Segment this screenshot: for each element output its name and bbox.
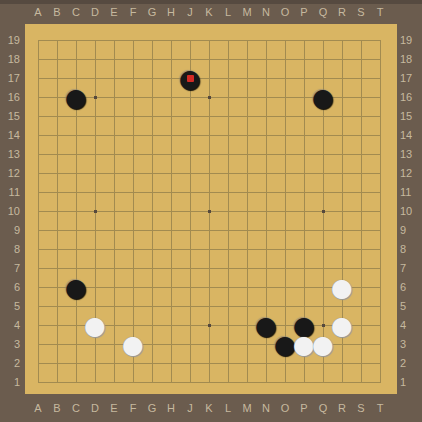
intersection-Q11[interactable]	[314, 183, 333, 202]
intersection-L7[interactable]	[219, 259, 238, 278]
intersection-Q16[interactable]: ●	[314, 88, 333, 107]
intersection-C11[interactable]	[67, 183, 86, 202]
intersection-H1[interactable]	[162, 373, 181, 392]
intersection-A11[interactable]	[29, 183, 48, 202]
intersection-P7[interactable]	[295, 259, 314, 278]
intersection-C6[interactable]: ●	[67, 278, 86, 297]
intersection-D10[interactable]	[86, 202, 105, 221]
intersection-B16[interactable]	[48, 88, 67, 107]
intersection-G15[interactable]	[143, 107, 162, 126]
intersection-K8[interactable]	[200, 240, 219, 259]
intersection-P10[interactable]	[295, 202, 314, 221]
intersection-N8[interactable]	[257, 240, 276, 259]
intersection-B1[interactable]	[48, 373, 67, 392]
intersection-P16[interactable]	[295, 88, 314, 107]
intersection-M13[interactable]	[238, 145, 257, 164]
intersection-M10[interactable]	[238, 202, 257, 221]
intersection-A5[interactable]	[29, 297, 48, 316]
intersection-J8[interactable]	[181, 240, 200, 259]
intersection-H15[interactable]	[162, 107, 181, 126]
intersection-H2[interactable]	[162, 354, 181, 373]
intersection-M18[interactable]	[238, 50, 257, 69]
intersection-N2[interactable]	[257, 354, 276, 373]
intersection-Q8[interactable]	[314, 240, 333, 259]
intersection-S9[interactable]	[352, 221, 371, 240]
intersection-E1[interactable]	[105, 373, 124, 392]
intersection-N9[interactable]	[257, 221, 276, 240]
intersection-G13[interactable]	[143, 145, 162, 164]
intersection-F16[interactable]	[124, 88, 143, 107]
intersection-S18[interactable]	[352, 50, 371, 69]
intersection-D12[interactable]	[86, 164, 105, 183]
intersection-M7[interactable]	[238, 259, 257, 278]
intersection-H8[interactable]	[162, 240, 181, 259]
intersection-M19[interactable]	[238, 31, 257, 50]
intersection-C3[interactable]	[67, 335, 86, 354]
intersection-D16[interactable]	[86, 88, 105, 107]
intersection-C1[interactable]	[67, 373, 86, 392]
intersection-N13[interactable]	[257, 145, 276, 164]
intersection-H6[interactable]	[162, 278, 181, 297]
intersection-H13[interactable]	[162, 145, 181, 164]
intersection-R16[interactable]	[333, 88, 352, 107]
intersection-O1[interactable]	[276, 373, 295, 392]
intersection-S16[interactable]	[352, 88, 371, 107]
intersection-E5[interactable]	[105, 297, 124, 316]
intersection-K15[interactable]	[200, 107, 219, 126]
intersection-K19[interactable]	[200, 31, 219, 50]
intersection-G6[interactable]	[143, 278, 162, 297]
intersection-L3[interactable]	[219, 335, 238, 354]
intersection-T15[interactable]	[371, 107, 390, 126]
intersection-G12[interactable]	[143, 164, 162, 183]
intersection-C18[interactable]	[67, 50, 86, 69]
intersection-B7[interactable]	[48, 259, 67, 278]
intersection-T4[interactable]	[371, 316, 390, 335]
intersection-K17[interactable]	[200, 69, 219, 88]
intersection-E13[interactable]	[105, 145, 124, 164]
intersection-Q1[interactable]	[314, 373, 333, 392]
intersection-B9[interactable]	[48, 221, 67, 240]
intersection-K18[interactable]	[200, 50, 219, 69]
intersection-R10[interactable]	[333, 202, 352, 221]
intersection-L5[interactable]	[219, 297, 238, 316]
intersection-B6[interactable]	[48, 278, 67, 297]
intersection-O6[interactable]	[276, 278, 295, 297]
intersection-F11[interactable]	[124, 183, 143, 202]
intersection-C2[interactable]	[67, 354, 86, 373]
intersection-M1[interactable]	[238, 373, 257, 392]
intersection-S8[interactable]	[352, 240, 371, 259]
intersection-N15[interactable]	[257, 107, 276, 126]
intersection-F6[interactable]	[124, 278, 143, 297]
intersection-F7[interactable]	[124, 259, 143, 278]
intersection-K2[interactable]	[200, 354, 219, 373]
intersection-M4[interactable]	[238, 316, 257, 335]
intersection-G3[interactable]	[143, 335, 162, 354]
intersection-K1[interactable]	[200, 373, 219, 392]
intersection-F12[interactable]	[124, 164, 143, 183]
intersection-T14[interactable]	[371, 126, 390, 145]
intersection-J9[interactable]	[181, 221, 200, 240]
intersection-T11[interactable]	[371, 183, 390, 202]
intersection-G16[interactable]	[143, 88, 162, 107]
intersection-D4[interactable]: ●	[86, 316, 105, 335]
intersection-B11[interactable]	[48, 183, 67, 202]
intersection-B5[interactable]	[48, 297, 67, 316]
intersection-A15[interactable]	[29, 107, 48, 126]
intersection-E8[interactable]	[105, 240, 124, 259]
intersection-D19[interactable]	[86, 31, 105, 50]
intersection-D13[interactable]	[86, 145, 105, 164]
intersection-Q3[interactable]: ●	[314, 335, 333, 354]
intersection-S12[interactable]	[352, 164, 371, 183]
intersection-N14[interactable]	[257, 126, 276, 145]
intersection-O18[interactable]	[276, 50, 295, 69]
intersection-O7[interactable]	[276, 259, 295, 278]
intersection-O11[interactable]	[276, 183, 295, 202]
intersection-R15[interactable]	[333, 107, 352, 126]
intersection-A8[interactable]	[29, 240, 48, 259]
intersection-M2[interactable]	[238, 354, 257, 373]
intersection-M3[interactable]	[238, 335, 257, 354]
intersection-E7[interactable]	[105, 259, 124, 278]
intersection-C9[interactable]	[67, 221, 86, 240]
intersection-F3[interactable]: ●	[124, 335, 143, 354]
intersection-J3[interactable]	[181, 335, 200, 354]
intersection-H14[interactable]	[162, 126, 181, 145]
intersection-F9[interactable]	[124, 221, 143, 240]
intersection-L4[interactable]	[219, 316, 238, 335]
intersection-P8[interactable]	[295, 240, 314, 259]
intersection-B8[interactable]	[48, 240, 67, 259]
intersection-P12[interactable]	[295, 164, 314, 183]
intersection-J5[interactable]	[181, 297, 200, 316]
intersection-Q14[interactable]	[314, 126, 333, 145]
intersection-P11[interactable]	[295, 183, 314, 202]
intersection-A17[interactable]	[29, 69, 48, 88]
intersection-O15[interactable]	[276, 107, 295, 126]
intersection-O16[interactable]	[276, 88, 295, 107]
intersection-B12[interactable]	[48, 164, 67, 183]
intersection-L2[interactable]	[219, 354, 238, 373]
intersection-N16[interactable]	[257, 88, 276, 107]
intersection-F10[interactable]	[124, 202, 143, 221]
intersection-H10[interactable]	[162, 202, 181, 221]
intersection-K12[interactable]	[200, 164, 219, 183]
intersection-A13[interactable]	[29, 145, 48, 164]
intersection-J13[interactable]	[181, 145, 200, 164]
intersection-L6[interactable]	[219, 278, 238, 297]
intersection-M6[interactable]	[238, 278, 257, 297]
intersection-R9[interactable]	[333, 221, 352, 240]
intersection-T17[interactable]	[371, 69, 390, 88]
intersection-A10[interactable]	[29, 202, 48, 221]
intersection-J14[interactable]	[181, 126, 200, 145]
intersection-R6[interactable]: ●	[333, 278, 352, 297]
intersection-F5[interactable]	[124, 297, 143, 316]
intersection-Q18[interactable]	[314, 50, 333, 69]
intersection-K7[interactable]	[200, 259, 219, 278]
intersection-K3[interactable]	[200, 335, 219, 354]
intersection-G17[interactable]	[143, 69, 162, 88]
intersection-B17[interactable]	[48, 69, 67, 88]
intersection-H18[interactable]	[162, 50, 181, 69]
intersection-E19[interactable]	[105, 31, 124, 50]
intersection-O10[interactable]	[276, 202, 295, 221]
intersection-T1[interactable]	[371, 373, 390, 392]
intersection-M12[interactable]	[238, 164, 257, 183]
intersection-O5[interactable]	[276, 297, 295, 316]
intersection-P6[interactable]	[295, 278, 314, 297]
intersection-A9[interactable]	[29, 221, 48, 240]
intersection-H7[interactable]	[162, 259, 181, 278]
intersection-J11[interactable]	[181, 183, 200, 202]
intersection-N6[interactable]	[257, 278, 276, 297]
intersection-K5[interactable]	[200, 297, 219, 316]
intersection-G2[interactable]	[143, 354, 162, 373]
intersection-S1[interactable]	[352, 373, 371, 392]
intersection-A16[interactable]	[29, 88, 48, 107]
intersection-R2[interactable]	[333, 354, 352, 373]
intersection-G18[interactable]	[143, 50, 162, 69]
intersection-M11[interactable]	[238, 183, 257, 202]
intersection-P18[interactable]	[295, 50, 314, 69]
intersection-M8[interactable]	[238, 240, 257, 259]
intersection-G1[interactable]	[143, 373, 162, 392]
intersection-H19[interactable]	[162, 31, 181, 50]
intersection-S13[interactable]	[352, 145, 371, 164]
intersection-B4[interactable]	[48, 316, 67, 335]
intersection-S11[interactable]	[352, 183, 371, 202]
intersection-O19[interactable]	[276, 31, 295, 50]
intersection-S7[interactable]	[352, 259, 371, 278]
intersection-B14[interactable]	[48, 126, 67, 145]
intersection-R11[interactable]	[333, 183, 352, 202]
intersection-S4[interactable]	[352, 316, 371, 335]
intersection-S2[interactable]	[352, 354, 371, 373]
intersection-S19[interactable]	[352, 31, 371, 50]
intersection-J15[interactable]	[181, 107, 200, 126]
intersection-J10[interactable]	[181, 202, 200, 221]
intersection-H9[interactable]	[162, 221, 181, 240]
intersection-B13[interactable]	[48, 145, 67, 164]
intersection-O14[interactable]	[276, 126, 295, 145]
intersection-E14[interactable]	[105, 126, 124, 145]
intersection-P9[interactable]	[295, 221, 314, 240]
intersection-T13[interactable]	[371, 145, 390, 164]
intersection-C12[interactable]	[67, 164, 86, 183]
intersection-L15[interactable]	[219, 107, 238, 126]
intersection-P19[interactable]	[295, 31, 314, 50]
intersection-B19[interactable]	[48, 31, 67, 50]
intersection-G8[interactable]	[143, 240, 162, 259]
intersection-O17[interactable]	[276, 69, 295, 88]
intersection-T2[interactable]	[371, 354, 390, 373]
intersection-S10[interactable]	[352, 202, 371, 221]
intersection-A14[interactable]	[29, 126, 48, 145]
intersection-A3[interactable]	[29, 335, 48, 354]
intersection-R12[interactable]	[333, 164, 352, 183]
intersection-L17[interactable]	[219, 69, 238, 88]
intersection-L11[interactable]	[219, 183, 238, 202]
intersection-M17[interactable]	[238, 69, 257, 88]
intersection-S6[interactable]	[352, 278, 371, 297]
intersection-S5[interactable]	[352, 297, 371, 316]
intersection-Q7[interactable]	[314, 259, 333, 278]
intersection-A12[interactable]	[29, 164, 48, 183]
intersection-M15[interactable]	[238, 107, 257, 126]
intersection-A18[interactable]	[29, 50, 48, 69]
intersection-N4[interactable]: ●	[257, 316, 276, 335]
intersection-S17[interactable]	[352, 69, 371, 88]
intersection-D17[interactable]	[86, 69, 105, 88]
intersection-Q10[interactable]	[314, 202, 333, 221]
intersection-L19[interactable]	[219, 31, 238, 50]
intersection-P14[interactable]	[295, 126, 314, 145]
intersection-L9[interactable]	[219, 221, 238, 240]
intersection-C13[interactable]	[67, 145, 86, 164]
intersection-M9[interactable]	[238, 221, 257, 240]
intersection-S14[interactable]	[352, 126, 371, 145]
intersection-E11[interactable]	[105, 183, 124, 202]
intersection-D15[interactable]	[86, 107, 105, 126]
intersection-A1[interactable]	[29, 373, 48, 392]
intersection-R18[interactable]	[333, 50, 352, 69]
intersection-E12[interactable]	[105, 164, 124, 183]
intersection-B3[interactable]	[48, 335, 67, 354]
intersection-O3[interactable]: ●	[276, 335, 295, 354]
intersection-H12[interactable]	[162, 164, 181, 183]
intersection-G11[interactable]	[143, 183, 162, 202]
intersection-D9[interactable]	[86, 221, 105, 240]
intersection-R4[interactable]: ●	[333, 316, 352, 335]
intersection-D8[interactable]	[86, 240, 105, 259]
intersection-E6[interactable]	[105, 278, 124, 297]
intersection-R1[interactable]	[333, 373, 352, 392]
intersection-O9[interactable]	[276, 221, 295, 240]
intersection-K6[interactable]	[200, 278, 219, 297]
intersection-D2[interactable]	[86, 354, 105, 373]
intersection-M14[interactable]	[238, 126, 257, 145]
intersection-P13[interactable]	[295, 145, 314, 164]
intersection-G19[interactable]	[143, 31, 162, 50]
intersection-H11[interactable]	[162, 183, 181, 202]
intersection-G14[interactable]	[143, 126, 162, 145]
intersection-C8[interactable]	[67, 240, 86, 259]
intersection-E4[interactable]	[105, 316, 124, 335]
intersection-P17[interactable]	[295, 69, 314, 88]
intersection-K4[interactable]	[200, 316, 219, 335]
intersection-A6[interactable]	[29, 278, 48, 297]
intersection-A19[interactable]	[29, 31, 48, 50]
intersection-N11[interactable]	[257, 183, 276, 202]
intersection-L16[interactable]	[219, 88, 238, 107]
intersection-N7[interactable]	[257, 259, 276, 278]
intersection-B15[interactable]	[48, 107, 67, 126]
intersection-S3[interactable]	[352, 335, 371, 354]
intersection-J6[interactable]	[181, 278, 200, 297]
intersection-P3[interactable]: ●	[295, 335, 314, 354]
intersection-J2[interactable]	[181, 354, 200, 373]
intersection-N10[interactable]	[257, 202, 276, 221]
intersection-E15[interactable]	[105, 107, 124, 126]
intersection-T6[interactable]	[371, 278, 390, 297]
intersection-O13[interactable]	[276, 145, 295, 164]
intersection-F14[interactable]	[124, 126, 143, 145]
intersection-R19[interactable]	[333, 31, 352, 50]
intersection-N12[interactable]	[257, 164, 276, 183]
intersection-E16[interactable]	[105, 88, 124, 107]
intersection-G10[interactable]	[143, 202, 162, 221]
intersection-F17[interactable]	[124, 69, 143, 88]
intersection-K13[interactable]	[200, 145, 219, 164]
intersection-R8[interactable]	[333, 240, 352, 259]
intersection-D14[interactable]	[86, 126, 105, 145]
intersection-G5[interactable]	[143, 297, 162, 316]
intersection-H4[interactable]	[162, 316, 181, 335]
intersection-T5[interactable]	[371, 297, 390, 316]
intersection-T8[interactable]	[371, 240, 390, 259]
intersection-H16[interactable]	[162, 88, 181, 107]
intersection-D1[interactable]	[86, 373, 105, 392]
intersection-E3[interactable]	[105, 335, 124, 354]
intersection-S15[interactable]	[352, 107, 371, 126]
intersection-F18[interactable]	[124, 50, 143, 69]
intersection-K11[interactable]	[200, 183, 219, 202]
intersection-F8[interactable]	[124, 240, 143, 259]
intersection-L12[interactable]	[219, 164, 238, 183]
intersection-C19[interactable]	[67, 31, 86, 50]
intersection-F19[interactable]	[124, 31, 143, 50]
intersection-E10[interactable]	[105, 202, 124, 221]
intersection-R13[interactable]	[333, 145, 352, 164]
intersection-J1[interactable]	[181, 373, 200, 392]
intersection-Q6[interactable]	[314, 278, 333, 297]
intersection-R14[interactable]	[333, 126, 352, 145]
intersection-N1[interactable]	[257, 373, 276, 392]
intersection-F13[interactable]	[124, 145, 143, 164]
intersection-E18[interactable]	[105, 50, 124, 69]
intersection-T18[interactable]	[371, 50, 390, 69]
intersection-M16[interactable]	[238, 88, 257, 107]
intersection-C4[interactable]	[67, 316, 86, 335]
intersection-H3[interactable]	[162, 335, 181, 354]
intersection-B18[interactable]	[48, 50, 67, 69]
intersection-T9[interactable]	[371, 221, 390, 240]
intersection-G4[interactable]	[143, 316, 162, 335]
intersection-J19[interactable]	[181, 31, 200, 50]
intersection-T3[interactable]	[371, 335, 390, 354]
intersection-K16[interactable]	[200, 88, 219, 107]
intersection-E2[interactable]	[105, 354, 124, 373]
intersection-D7[interactable]	[86, 259, 105, 278]
intersection-O12[interactable]	[276, 164, 295, 183]
intersection-Q13[interactable]	[314, 145, 333, 164]
intersection-D6[interactable]	[86, 278, 105, 297]
intersection-K10[interactable]	[200, 202, 219, 221]
intersection-J17[interactable]: ●	[181, 69, 200, 88]
intersection-N18[interactable]	[257, 50, 276, 69]
intersection-R17[interactable]	[333, 69, 352, 88]
intersection-J7[interactable]	[181, 259, 200, 278]
intersection-C16[interactable]: ●	[67, 88, 86, 107]
intersection-Q19[interactable]	[314, 31, 333, 50]
intersection-C10[interactable]	[67, 202, 86, 221]
intersection-A7[interactable]	[29, 259, 48, 278]
intersection-J4[interactable]	[181, 316, 200, 335]
intersection-K14[interactable]	[200, 126, 219, 145]
